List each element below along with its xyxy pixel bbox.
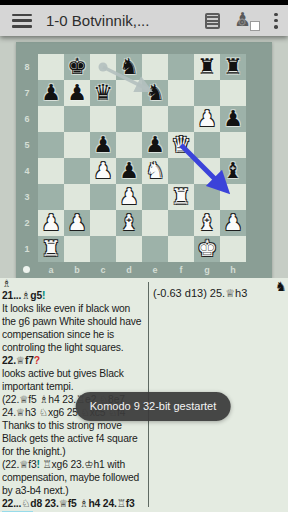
square-d5[interactable] [116, 132, 142, 158]
engine-setup-icon[interactable]: ♟ ⚙ [234, 11, 260, 31]
white-pawn-a2[interactable]: ♟ [38, 210, 64, 236]
square-d2[interactable]: ♝ [116, 210, 142, 236]
board-area: 87654321 abcdefgh ♚♞♜♜♟♟♛♞♟♟♟♟♛♟♟♞♝♟♜♟♟♝… [0, 36, 288, 278]
mainline-moves[interactable]: 22...♘d8 23.♕f5 ♗h4 24.♖f3 [2, 497, 146, 510]
square-c7[interactable]: ♛ [90, 80, 116, 106]
move-22-text[interactable]: 22.♕f7 [2, 355, 34, 366]
overflow-menu-icon[interactable] [274, 13, 278, 29]
square-a1[interactable]: ♜ [38, 236, 64, 262]
square-c1[interactable] [90, 236, 116, 262]
black-pawn-b7[interactable]: ♟ [64, 80, 90, 106]
file-label-d: d [116, 263, 142, 277]
black-pawn-a7[interactable]: ♟ [38, 80, 64, 106]
black-rook-h8[interactable]: ♜ [220, 54, 246, 80]
square-d6[interactable] [116, 106, 142, 132]
square-b7[interactable]: ♟ [64, 80, 90, 106]
white-bishop-d2[interactable]: ♝ [116, 210, 142, 236]
black-pawn-d4[interactable]: ♟ [116, 158, 142, 184]
square-a8[interactable] [38, 54, 64, 80]
white-bishop-g2[interactable]: ♝ [194, 210, 220, 236]
square-h1[interactable] [220, 236, 246, 262]
rank-label-6: 6 [16, 106, 38, 132]
white-rook-a1[interactable]: ♜ [38, 236, 64, 262]
square-h2[interactable]: ♟ [220, 210, 246, 236]
square-e4[interactable]: ♞ [142, 158, 168, 184]
square-d3[interactable]: ♟ [116, 184, 142, 210]
square-g3[interactable] [194, 184, 220, 210]
square-b8[interactable]: ♚ [64, 54, 90, 80]
square-g2[interactable]: ♝ [194, 210, 220, 236]
square-f2[interactable] [168, 210, 194, 236]
square-f7[interactable] [168, 80, 194, 106]
file-label-h: h [220, 263, 246, 277]
file-label-c: c [90, 263, 116, 277]
move-21-text[interactable]: 21...♗g5 [2, 290, 42, 301]
rank-label-5: 5 [16, 132, 38, 158]
gear-icon: ⚙ [237, 16, 247, 29]
square-g8[interactable]: ♜ [194, 54, 220, 80]
square-g7[interactable] [194, 80, 220, 106]
black-knight-d8[interactable]: ♞ [116, 54, 142, 80]
square-d1[interactable] [116, 236, 142, 262]
square-d4[interactable]: ♟ [116, 158, 142, 184]
square-c5[interactable]: ♟ [90, 132, 116, 158]
white-rook-f3[interactable]: ♜ [168, 184, 194, 210]
black-bishop-h4[interactable]: ♝ [220, 158, 246, 184]
file-label-g: g [194, 263, 220, 277]
square-f8[interactable] [168, 54, 194, 80]
rank-label-8: 8 [16, 54, 38, 80]
file-label-e: e [142, 263, 168, 277]
white-pawn-d3[interactable]: ♟ [116, 184, 142, 210]
square-a3[interactable] [38, 184, 64, 210]
square-b3[interactable] [64, 184, 90, 210]
board-square-icon [250, 21, 260, 31]
square-h4[interactable]: ♝ [220, 158, 246, 184]
white-queen-f5[interactable]: ♛ [168, 132, 194, 158]
square-f4[interactable] [168, 158, 194, 184]
square-e3[interactable] [142, 184, 168, 210]
black-rook-g8[interactable]: ♜ [194, 54, 220, 80]
file-labels: abcdefgh [38, 263, 246, 277]
comment-2: looks active but gives Black important t… [2, 367, 146, 393]
variation-2[interactable]: (22.♕f3! ♖xg6 23.♔h1 with compensation, … [2, 458, 146, 497]
rank-label-3: 3 [16, 184, 38, 210]
menu-icon[interactable] [12, 14, 32, 28]
game-title: 1-0 Botvinnik,... [46, 12, 205, 29]
square-e5[interactable]: ♟ [142, 132, 168, 158]
engine-panel: (-0.63 d13) 25.♕h3 [153, 286, 279, 300]
square-c2[interactable] [90, 210, 116, 236]
square-e1[interactable] [142, 236, 168, 262]
square-g1[interactable]: ♚ [194, 236, 220, 262]
square-h6[interactable]: ♟ [220, 106, 246, 132]
white-pawn-g6[interactable]: ♟ [194, 106, 220, 132]
annotation-piece-glyph: ♗ [2, 278, 146, 289]
comment-1: It looks like even if black won the g6 p… [2, 302, 146, 354]
white-to-move-indicator [23, 266, 30, 273]
square-f6[interactable] [168, 106, 194, 132]
move-22-white[interactable]: 22.♕f7? [2, 354, 146, 367]
square-b5[interactable] [64, 132, 90, 158]
app-toolbar: 1-0 Botvinnik,... ♟ ⚙ [0, 5, 288, 36]
engine-evaluation-line[interactable]: (-0.63 d13) 25.♕h3 [153, 286, 279, 300]
square-c6[interactable] [90, 106, 116, 132]
rank-labels: 87654321 [16, 54, 38, 262]
rank-label-7: 7 [16, 80, 38, 106]
square-b2[interactable]: ♟ [64, 210, 90, 236]
square-a7[interactable]: ♟ [38, 80, 64, 106]
black-pawn-c5[interactable]: ♟ [90, 132, 116, 158]
square-a6[interactable] [38, 106, 64, 132]
board-squares: ♚♞♜♜♟♟♛♞♟♟♟♟♛♟♟♞♝♟♜♟♟♝♝♟♜♚ [38, 54, 246, 262]
square-c3[interactable] [90, 184, 116, 210]
rank-label-2: 2 [16, 210, 38, 236]
black-pawn-e5[interactable]: ♟ [142, 132, 168, 158]
black-pawn-h6[interactable]: ♟ [220, 106, 246, 132]
square-g4[interactable] [194, 158, 220, 184]
square-b6[interactable] [64, 106, 90, 132]
square-f3[interactable]: ♜ [168, 184, 194, 210]
square-a5[interactable] [38, 132, 64, 158]
board-frame: 87654321 abcdefgh ♚♞♜♜♟♟♛♞♟♟♟♟♛♟♟♞♝♟♜♟♟♝… [16, 42, 272, 278]
square-a4[interactable] [38, 158, 64, 184]
square-d7[interactable] [116, 80, 142, 106]
file-label-a: a [38, 263, 64, 277]
variation-2-start[interactable]: (22.♕f3 [2, 459, 37, 470]
move-21-black[interactable]: 21...♗g5! [2, 289, 146, 302]
file-label-f: f [168, 263, 194, 277]
engine-knight-icon: ♞ [275, 279, 287, 294]
bad-move-nag: ? [34, 355, 40, 366]
square-e2[interactable] [142, 210, 168, 236]
toast-message: Komodo 9 32-bit gestartet [76, 392, 231, 421]
white-pawn-c4[interactable]: ♟ [90, 158, 116, 184]
square-h3[interactable] [220, 184, 246, 210]
square-h8[interactable]: ♜ [220, 54, 246, 80]
black-queen-c7[interactable]: ♛ [90, 80, 116, 106]
good-move-nag: ! [42, 290, 45, 301]
moves-list-icon[interactable] [205, 13, 220, 29]
square-e8[interactable] [142, 54, 168, 80]
square-e6[interactable] [142, 106, 168, 132]
chess-app-screen: 1-0 Botvinnik,... ♟ ⚙ 87654321 abcdefgh … [0, 0, 288, 512]
square-a2[interactable]: ♟ [38, 210, 64, 236]
square-g5[interactable] [194, 132, 220, 158]
black-knight-e7[interactable]: ♞ [142, 80, 168, 106]
square-f5[interactable]: ♛ [168, 132, 194, 158]
square-h7[interactable] [220, 80, 246, 106]
square-d8[interactable]: ♞ [116, 54, 142, 80]
square-b1[interactable] [64, 236, 90, 262]
file-label-b: b [64, 263, 90, 277]
square-f1[interactable] [168, 236, 194, 262]
white-knight-e4[interactable]: ♞ [142, 158, 168, 184]
square-h5[interactable] [220, 132, 246, 158]
square-c8[interactable] [90, 54, 116, 80]
white-pawn-h2[interactable]: ♟ [220, 210, 246, 236]
black-king-b8[interactable]: ♚ [64, 54, 90, 80]
white-king-g1[interactable]: ♚ [194, 236, 220, 262]
square-b4[interactable] [64, 158, 90, 184]
square-c4[interactable]: ♟ [90, 158, 116, 184]
square-g6[interactable]: ♟ [194, 106, 220, 132]
rank-label-1: 1 [16, 236, 38, 262]
rank-label-4: 4 [16, 158, 38, 184]
square-e7[interactable]: ♞ [142, 80, 168, 106]
white-pawn-b2[interactable]: ♟ [64, 210, 90, 236]
